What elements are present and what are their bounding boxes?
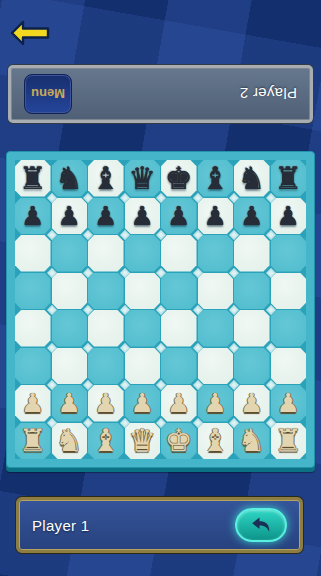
app-screen: Player 2 Menu ♜♞♝♛♚♝♞♜♟♟♟♟♟♟♟♟♟♟♟♟♟♟♟♟♜♞… [0, 0, 321, 576]
square-a5[interactable] [15, 273, 51, 310]
square-g6[interactable] [234, 235, 270, 272]
square-g3[interactable] [234, 348, 270, 385]
square-surface [125, 198, 161, 235]
square-surface [271, 423, 307, 460]
square-surface [271, 348, 307, 385]
square-g1[interactable]: ♞ [234, 423, 270, 460]
square-surface [15, 385, 51, 422]
square-a7[interactable]: ♟ [15, 198, 51, 235]
square-a2[interactable]: ♟ [15, 385, 51, 422]
board-grid: ♜♞♝♛♚♝♞♜♟♟♟♟♟♟♟♟♟♟♟♟♟♟♟♟♜♞♝♛♚♝♞♜ [15, 160, 306, 459]
square-surface [125, 423, 161, 460]
player1-name: Player 1 [32, 517, 89, 534]
square-surface [52, 310, 88, 347]
square-surface [161, 385, 197, 422]
square-surface [52, 160, 88, 197]
square-e4[interactable] [161, 310, 197, 347]
square-g2[interactable]: ♟ [234, 385, 270, 422]
square-h8[interactable]: ♜ [271, 160, 307, 197]
square-b8[interactable]: ♞ [52, 160, 88, 197]
square-e6[interactable] [161, 235, 197, 272]
square-surface [271, 385, 307, 422]
square-f4[interactable] [198, 310, 234, 347]
undo-arrow-icon [249, 513, 273, 537]
square-surface [161, 160, 197, 197]
square-b4[interactable] [52, 310, 88, 347]
square-f8[interactable]: ♝ [198, 160, 234, 197]
square-e5[interactable] [161, 273, 197, 310]
square-surface [88, 423, 124, 460]
square-f2[interactable]: ♟ [198, 385, 234, 422]
square-surface [198, 273, 234, 310]
player2-name: Player 2 [240, 86, 297, 103]
square-surface [125, 235, 161, 272]
square-g7[interactable]: ♟ [234, 198, 270, 235]
square-surface [234, 385, 270, 422]
square-c7[interactable]: ♟ [88, 198, 124, 235]
square-e7[interactable]: ♟ [161, 198, 197, 235]
menu-button-label: Menu [31, 87, 65, 102]
square-surface [15, 235, 51, 272]
square-f7[interactable]: ♟ [198, 198, 234, 235]
square-surface [88, 310, 124, 347]
undo-button[interactable] [235, 508, 287, 542]
square-surface [234, 160, 270, 197]
square-surface [88, 385, 124, 422]
square-g4[interactable] [234, 310, 270, 347]
square-surface [125, 385, 161, 422]
square-g8[interactable]: ♞ [234, 160, 270, 197]
square-h5[interactable] [271, 273, 307, 310]
square-e1[interactable]: ♚ [161, 423, 197, 460]
square-h6[interactable] [271, 235, 307, 272]
square-surface [52, 273, 88, 310]
square-surface [271, 235, 307, 272]
square-g5[interactable] [234, 273, 270, 310]
square-surface [88, 273, 124, 310]
square-surface [125, 273, 161, 310]
square-h4[interactable] [271, 310, 307, 347]
square-d7[interactable]: ♟ [125, 198, 161, 235]
square-h2[interactable]: ♟ [271, 385, 307, 422]
square-surface [198, 423, 234, 460]
square-d6[interactable] [125, 235, 161, 272]
square-surface [88, 198, 124, 235]
square-surface [52, 235, 88, 272]
square-f1[interactable]: ♝ [198, 423, 234, 460]
square-b7[interactable]: ♟ [52, 198, 88, 235]
square-f5[interactable] [198, 273, 234, 310]
square-surface [52, 198, 88, 235]
square-surface [15, 310, 51, 347]
square-a1[interactable]: ♜ [15, 423, 51, 460]
square-surface [88, 348, 124, 385]
square-b6[interactable] [52, 235, 88, 272]
square-surface [88, 160, 124, 197]
square-surface [125, 310, 161, 347]
square-surface [52, 423, 88, 460]
square-surface [161, 310, 197, 347]
square-surface [198, 385, 234, 422]
square-surface [161, 423, 197, 460]
square-c6[interactable] [88, 235, 124, 272]
square-surface [161, 273, 197, 310]
square-c8[interactable]: ♝ [88, 160, 124, 197]
square-surface [234, 235, 270, 272]
square-h3[interactable] [271, 348, 307, 385]
square-surface [271, 273, 307, 310]
player2-panel: Player 2 Menu [8, 65, 313, 123]
square-surface [271, 310, 307, 347]
square-e8[interactable]: ♚ [161, 160, 197, 197]
square-b1[interactable]: ♞ [52, 423, 88, 460]
square-surface [234, 348, 270, 385]
square-c3[interactable] [88, 348, 124, 385]
square-surface [161, 235, 197, 272]
square-a6[interactable] [15, 235, 51, 272]
square-surface [125, 348, 161, 385]
square-surface [198, 348, 234, 385]
square-surface [15, 423, 51, 460]
square-h1[interactable]: ♜ [271, 423, 307, 460]
square-b2[interactable]: ♟ [52, 385, 88, 422]
square-a3[interactable] [15, 348, 51, 385]
square-surface [234, 198, 270, 235]
square-d2[interactable]: ♟ [125, 385, 161, 422]
square-surface [15, 273, 51, 310]
square-surface [271, 198, 307, 235]
square-d5[interactable] [125, 273, 161, 310]
square-b5[interactable] [52, 273, 88, 310]
square-d3[interactable] [125, 348, 161, 385]
square-f3[interactable] [198, 348, 234, 385]
square-a8[interactable]: ♜ [15, 160, 51, 197]
square-d8[interactable]: ♛ [125, 160, 161, 197]
square-surface [125, 160, 161, 197]
square-d1[interactable]: ♛ [125, 423, 161, 460]
square-e2[interactable]: ♟ [161, 385, 197, 422]
square-surface [234, 310, 270, 347]
square-f6[interactable] [198, 235, 234, 272]
square-surface [15, 348, 51, 385]
square-surface [271, 160, 307, 197]
menu-button[interactable]: Menu [24, 74, 72, 114]
square-a4[interactable] [15, 310, 51, 347]
back-button[interactable] [8, 16, 54, 50]
square-surface [88, 235, 124, 272]
square-surface [234, 423, 270, 460]
square-surface [198, 235, 234, 272]
square-surface [52, 348, 88, 385]
square-e3[interactable] [161, 348, 197, 385]
square-c2[interactable]: ♟ [88, 385, 124, 422]
chess-board: ♜♞♝♛♚♝♞♜♟♟♟♟♟♟♟♟♟♟♟♟♟♟♟♟♜♞♝♛♚♝♞♜ [6, 151, 315, 468]
square-surface [15, 198, 51, 235]
square-surface [161, 348, 197, 385]
square-surface [198, 160, 234, 197]
back-arrow-icon [10, 19, 50, 47]
square-c4[interactable] [88, 310, 124, 347]
square-surface [161, 198, 197, 235]
player1-panel: Player 1 [16, 497, 303, 553]
square-surface [234, 273, 270, 310]
square-c1[interactable]: ♝ [88, 423, 124, 460]
square-b3[interactable] [52, 348, 88, 385]
square-surface [15, 160, 51, 197]
square-h7[interactable]: ♟ [271, 198, 307, 235]
square-surface [198, 310, 234, 347]
square-d4[interactable] [125, 310, 161, 347]
square-surface [52, 385, 88, 422]
square-c5[interactable] [88, 273, 124, 310]
square-surface [198, 198, 234, 235]
